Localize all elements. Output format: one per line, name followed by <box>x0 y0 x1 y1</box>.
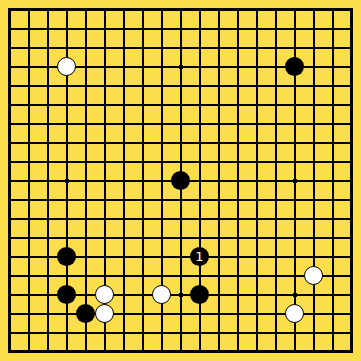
white-stone-D16 <box>57 57 76 76</box>
move-number-label: 1 <box>195 250 203 263</box>
black-stone-D6 <box>57 247 76 266</box>
black-stone-E3 <box>76 304 95 323</box>
go-board: 1 <box>0 0 361 361</box>
black-stone-Q16 <box>285 57 304 76</box>
black-stone-K10 <box>171 171 190 190</box>
white-stone-R5 <box>304 266 323 285</box>
black-stone-D4 <box>57 285 76 304</box>
white-stone-Q3 <box>285 304 304 323</box>
go-diagram-page: 1 <box>0 0 361 361</box>
black-stone-L6: 1 <box>190 247 209 266</box>
stones-layer: 1 <box>0 0 361 361</box>
white-stone-J4 <box>152 285 171 304</box>
white-stone-F4 <box>95 285 114 304</box>
white-stone-F3 <box>95 304 114 323</box>
black-stone-L4 <box>190 285 209 304</box>
